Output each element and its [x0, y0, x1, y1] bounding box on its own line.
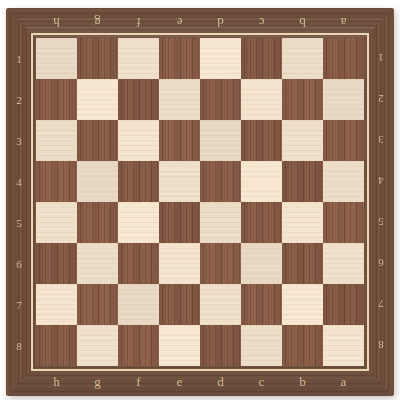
square-e6[interactable]	[159, 243, 200, 284]
square-h8[interactable]	[36, 325, 77, 366]
square-a7[interactable]	[323, 284, 364, 325]
square-d7[interactable]	[200, 284, 241, 325]
square-b5[interactable]	[282, 202, 323, 243]
square-f4[interactable]	[118, 161, 159, 202]
square-f8[interactable]	[118, 325, 159, 366]
square-e5[interactable]	[159, 202, 200, 243]
square-f1[interactable]	[118, 38, 159, 79]
square-d1[interactable]	[200, 38, 241, 79]
square-c7[interactable]	[241, 284, 282, 325]
square-a5[interactable]	[323, 202, 364, 243]
square-c2[interactable]	[241, 79, 282, 120]
square-g8[interactable]	[77, 325, 118, 366]
square-d6[interactable]	[200, 243, 241, 284]
square-c4[interactable]	[241, 161, 282, 202]
square-e7[interactable]	[159, 284, 200, 325]
square-e1[interactable]	[159, 38, 200, 79]
square-g7[interactable]	[77, 284, 118, 325]
square-c8[interactable]	[241, 325, 282, 366]
square-h6[interactable]	[36, 243, 77, 284]
square-d8[interactable]	[200, 325, 241, 366]
square-b3[interactable]	[282, 120, 323, 161]
frame-bottom	[6, 366, 394, 396]
square-a2[interactable]	[323, 79, 364, 120]
square-a4[interactable]	[323, 161, 364, 202]
square-f5[interactable]	[118, 202, 159, 243]
square-b6[interactable]	[282, 243, 323, 284]
square-b8[interactable]	[282, 325, 323, 366]
square-g1[interactable]	[77, 38, 118, 79]
square-e4[interactable]	[159, 161, 200, 202]
square-e2[interactable]	[159, 79, 200, 120]
square-c1[interactable]	[241, 38, 282, 79]
square-f6[interactable]	[118, 243, 159, 284]
frame-right	[364, 8, 394, 396]
square-f2[interactable]	[118, 79, 159, 120]
square-c6[interactable]	[241, 243, 282, 284]
square-d3[interactable]	[200, 120, 241, 161]
square-h1[interactable]	[36, 38, 77, 79]
square-e3[interactable]	[159, 120, 200, 161]
square-g6[interactable]	[77, 243, 118, 284]
frame-top	[6, 8, 394, 38]
square-a1[interactable]	[323, 38, 364, 79]
frame-left	[6, 8, 36, 396]
square-a6[interactable]	[323, 243, 364, 284]
square-b4[interactable]	[282, 161, 323, 202]
square-h2[interactable]	[36, 79, 77, 120]
square-d2[interactable]	[200, 79, 241, 120]
square-e8[interactable]	[159, 325, 200, 366]
square-h5[interactable]	[36, 202, 77, 243]
board-squares	[36, 38, 364, 366]
square-c3[interactable]	[241, 120, 282, 161]
square-b2[interactable]	[282, 79, 323, 120]
square-b7[interactable]	[282, 284, 323, 325]
square-h7[interactable]	[36, 284, 77, 325]
square-c5[interactable]	[241, 202, 282, 243]
square-f7[interactable]	[118, 284, 159, 325]
square-d4[interactable]	[200, 161, 241, 202]
square-b1[interactable]	[282, 38, 323, 79]
square-d5[interactable]	[200, 202, 241, 243]
square-g3[interactable]	[77, 120, 118, 161]
square-g2[interactable]	[77, 79, 118, 120]
square-h3[interactable]	[36, 120, 77, 161]
chess-board: hgfedcba hgfedcba 12345678 12345678	[6, 8, 394, 396]
square-a3[interactable]	[323, 120, 364, 161]
square-g4[interactable]	[77, 161, 118, 202]
square-g5[interactable]	[77, 202, 118, 243]
square-f3[interactable]	[118, 120, 159, 161]
square-a8[interactable]	[323, 325, 364, 366]
square-h4[interactable]	[36, 161, 77, 202]
